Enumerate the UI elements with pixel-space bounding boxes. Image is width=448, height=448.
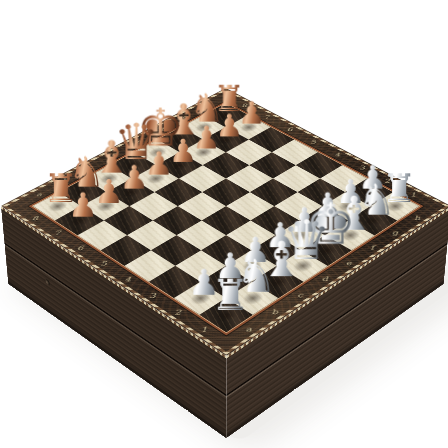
square-f5 xyxy=(226,165,273,192)
piece-black-pawn-a7: ♟ xyxy=(59,168,105,223)
square-a1: ♜ xyxy=(200,298,253,332)
chess-case-top: 87654321 87654321 abcdefgh abcdefgh ♜♞♝♛… xyxy=(1,88,448,356)
piece-white-rook-a1: ♜ xyxy=(204,258,254,317)
chess-set-photo: 87654321 87654321 abcdefgh abcdefgh ♜♞♝♛… xyxy=(0,0,448,448)
hinge-pin xyxy=(45,278,49,286)
square-h5 xyxy=(272,140,318,166)
square-f6 xyxy=(203,152,249,178)
